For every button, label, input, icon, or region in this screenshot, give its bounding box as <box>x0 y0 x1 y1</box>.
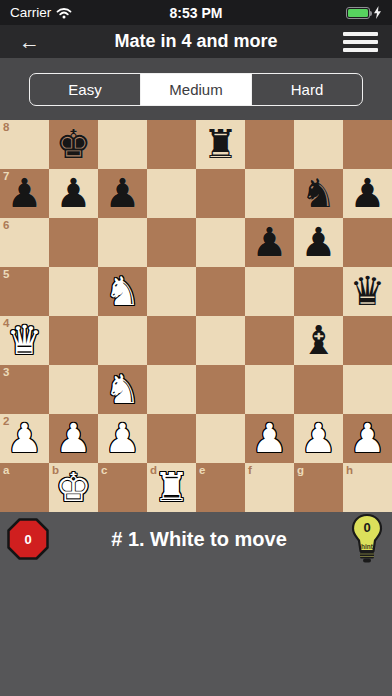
square-f8[interactable] <box>245 120 294 169</box>
square-g5[interactable] <box>294 267 343 316</box>
square-e5[interactable] <box>196 267 245 316</box>
square-c5[interactable]: ♞ <box>98 267 147 316</box>
file-label-d: d <box>150 464 157 476</box>
square-d8[interactable] <box>147 120 196 169</box>
black-pawn: ♟ <box>98 169 147 218</box>
square-b6[interactable] <box>49 218 98 267</box>
black-pawn: ♟ <box>343 169 392 218</box>
wifi-icon <box>56 7 72 19</box>
white-pawn: ♟ <box>0 414 49 463</box>
black-bishop: ♝ <box>294 316 343 365</box>
rank-label-3: 3 <box>3 366 9 378</box>
white-pawn: ♟ <box>98 414 147 463</box>
hint-label: hint <box>361 543 374 550</box>
square-b1[interactable]: b♚ <box>49 463 98 512</box>
white-queen: ♛ <box>0 316 49 365</box>
square-d7[interactable] <box>147 169 196 218</box>
footer-bar: 0 # 1. White to move 0 hint <box>0 512 392 566</box>
white-pawn: ♟ <box>343 414 392 463</box>
square-h1[interactable]: h <box>343 463 392 512</box>
rank-label-6: 6 <box>3 219 9 231</box>
square-h4[interactable] <box>343 316 392 365</box>
footer: 0 # 1. White to move 0 hint <box>0 512 392 696</box>
black-pawn: ♟ <box>294 218 343 267</box>
white-pawn: ♟ <box>245 414 294 463</box>
rank-label-8: 8 <box>3 121 9 133</box>
square-a7[interactable]: 7♟ <box>0 169 49 218</box>
square-a8[interactable]: 8 <box>0 120 49 169</box>
square-g3[interactable] <box>294 365 343 414</box>
square-c1[interactable]: c <box>98 463 147 512</box>
rank-label-2: 2 <box>3 415 9 427</box>
black-king: ♚ <box>49 120 98 169</box>
square-f2[interactable]: ♟ <box>245 414 294 463</box>
white-pawn: ♟ <box>49 414 98 463</box>
difficulty-segmented-control: Easy Medium Hard <box>29 73 363 106</box>
black-pawn: ♟ <box>245 218 294 267</box>
file-label-f: f <box>248 464 252 476</box>
square-f6[interactable]: ♟ <box>245 218 294 267</box>
square-c3[interactable]: ♞ <box>98 365 147 414</box>
tab-hard[interactable]: Hard <box>251 74 362 105</box>
square-f5[interactable] <box>245 267 294 316</box>
mistake-count: 0 <box>24 532 31 547</box>
square-e3[interactable] <box>196 365 245 414</box>
white-king: ♚ <box>49 463 98 512</box>
rank-label-7: 7 <box>3 170 9 182</box>
black-rook: ♜ <box>196 120 245 169</box>
square-a3[interactable]: 3 <box>0 365 49 414</box>
square-f3[interactable] <box>245 365 294 414</box>
square-h3[interactable] <box>343 365 392 414</box>
white-knight: ♞ <box>98 365 147 414</box>
file-label-e: e <box>199 464 205 476</box>
square-d4[interactable] <box>147 316 196 365</box>
hint-button[interactable]: 0 hint <box>348 513 386 565</box>
white-rook: ♜ <box>147 463 196 512</box>
square-d1[interactable]: d♜ <box>147 463 196 512</box>
file-label-g: g <box>297 464 304 476</box>
rank-label-4: 4 <box>3 317 9 329</box>
status-bar: Carrier 8:53 PM <box>0 0 392 25</box>
square-g7[interactable]: ♞ <box>294 169 343 218</box>
square-c7[interactable]: ♟ <box>98 169 147 218</box>
square-b8[interactable]: ♚ <box>49 120 98 169</box>
black-knight: ♞ <box>294 169 343 218</box>
square-b7[interactable]: ♟ <box>49 169 98 218</box>
white-pawn: ♟ <box>294 414 343 463</box>
charging-bolt-icon <box>373 6 382 19</box>
tab-medium[interactable]: Medium <box>140 74 251 105</box>
black-queen: ♛ <box>343 267 392 316</box>
hint-count: 0 <box>363 520 370 535</box>
white-knight: ♞ <box>98 267 147 316</box>
square-d5[interactable] <box>147 267 196 316</box>
file-label-b: b <box>52 464 59 476</box>
square-b5[interactable] <box>49 267 98 316</box>
square-a4[interactable]: 4♛ <box>0 316 49 365</box>
square-e6[interactable] <box>196 218 245 267</box>
difficulty-tab-section: Easy Medium Hard <box>0 58 392 120</box>
square-g6[interactable]: ♟ <box>294 218 343 267</box>
carrier-label: Carrier <box>10 5 51 20</box>
page-title: Mate in 4 and more <box>0 31 392 52</box>
square-e1[interactable]: e <box>196 463 245 512</box>
square-a1[interactable]: a <box>0 463 49 512</box>
square-h5[interactable]: ♛ <box>343 267 392 316</box>
black-pawn: ♟ <box>0 169 49 218</box>
mistake-counter-badge: 0 <box>6 517 50 561</box>
square-a5[interactable]: 5 <box>0 267 49 316</box>
square-b4[interactable] <box>49 316 98 365</box>
square-c4[interactable] <box>98 316 147 365</box>
file-label-h: h <box>346 464 353 476</box>
battery-icon <box>346 7 370 19</box>
file-label-c: c <box>101 464 107 476</box>
square-g4[interactable]: ♝ <box>294 316 343 365</box>
file-label-a: a <box>3 464 9 476</box>
square-e7[interactable] <box>196 169 245 218</box>
square-h6[interactable] <box>343 218 392 267</box>
nav-bar: ← Mate in 4 and more <box>0 25 392 58</box>
square-f1[interactable]: f <box>245 463 294 512</box>
square-h2[interactable]: ♟ <box>343 414 392 463</box>
square-a2[interactable]: 2♟ <box>0 414 49 463</box>
square-e8[interactable]: ♜ <box>196 120 245 169</box>
lightbulb-icon: 0 hint <box>348 513 386 565</box>
square-h7[interactable]: ♟ <box>343 169 392 218</box>
square-h8[interactable] <box>343 120 392 169</box>
app-screen: Carrier 8:53 PM ← Mate in 4 and more <box>0 0 392 696</box>
square-g2[interactable]: ♟ <box>294 414 343 463</box>
square-b3[interactable] <box>49 365 98 414</box>
rank-label-5: 5 <box>3 268 9 280</box>
square-c8[interactable] <box>98 120 147 169</box>
square-f4[interactable] <box>245 316 294 365</box>
black-pawn: ♟ <box>49 169 98 218</box>
square-e2[interactable] <box>196 414 245 463</box>
square-d3[interactable] <box>147 365 196 414</box>
hamburger-menu-icon[interactable] <box>343 30 378 54</box>
square-c2[interactable]: ♟ <box>98 414 147 463</box>
chess-board: 8♚♜7♟♟♟♞♟6♟♟5♞♛4♛♝3♞2♟♟♟♟♟♟ab♚cd♜efgh <box>0 120 392 512</box>
square-a6[interactable]: 6 <box>0 218 49 267</box>
square-d2[interactable] <box>147 414 196 463</box>
back-button[interactable]: ← <box>19 31 40 52</box>
square-e4[interactable] <box>196 316 245 365</box>
stop-octagon-icon: 0 <box>6 517 50 561</box>
puzzle-status-text: # 1. White to move <box>50 528 348 551</box>
square-c6[interactable] <box>98 218 147 267</box>
square-g1[interactable]: g <box>294 463 343 512</box>
square-g8[interactable] <box>294 120 343 169</box>
square-b2[interactable]: ♟ <box>49 414 98 463</box>
square-d6[interactable] <box>147 218 196 267</box>
square-f7[interactable] <box>245 169 294 218</box>
tab-easy[interactable]: Easy <box>30 74 140 105</box>
